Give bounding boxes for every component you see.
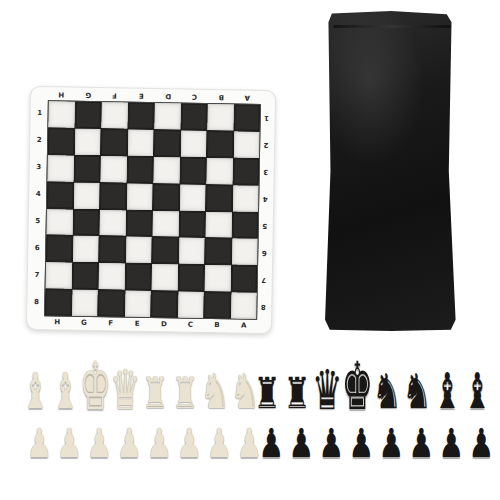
square-h2	[48, 128, 74, 154]
rank-label-2: 2	[33, 127, 45, 154]
square-c8	[178, 292, 204, 318]
square-a4	[232, 185, 258, 211]
square-h1	[48, 101, 74, 127]
square-e7	[125, 264, 151, 290]
black-pawn-tray: ♟♟♟♟♟♟♟♟	[256, 420, 470, 462]
bag-body	[323, 11, 459, 331]
white-back-rank-tray: ♝♝♚♛♜♜♞♞	[20, 352, 254, 412]
file-label-a: A	[234, 92, 261, 102]
file-label-f: F	[101, 90, 128, 100]
black-pawn: ♟	[258, 423, 283, 463]
square-h8	[45, 289, 71, 315]
square-g6	[73, 236, 99, 262]
file-label-e: E	[128, 91, 155, 101]
white-rook: ♜	[172, 371, 198, 414]
black-pawn: ♟	[318, 423, 343, 463]
square-b8	[204, 292, 230, 318]
square-b6	[205, 238, 231, 264]
square-a6	[232, 239, 258, 265]
rank-label-7: 7	[258, 266, 270, 293]
square-f3	[100, 156, 126, 182]
square-g5	[73, 209, 99, 235]
white-bishop: ♝	[51, 366, 79, 416]
bag-fold-seam	[333, 25, 451, 28]
square-g4	[74, 182, 100, 208]
square-c7	[178, 265, 204, 291]
file-label-c: C	[177, 319, 204, 329]
square-d7	[152, 264, 178, 290]
square-e3	[127, 156, 153, 182]
square-h5	[47, 209, 73, 235]
rank-label-3: 3	[259, 158, 271, 185]
black-bishop: ♝	[433, 366, 461, 416]
square-c2	[180, 130, 206, 156]
black-king: ♚	[341, 353, 372, 419]
file-label-h: H	[48, 89, 75, 99]
square-c5	[179, 211, 205, 237]
checker-grid	[44, 100, 261, 320]
file-label-b: B	[204, 320, 231, 330]
file-label-a: A	[230, 320, 257, 330]
file-label-c: C	[181, 92, 208, 102]
black-pawn: ♟	[288, 423, 313, 463]
square-a8	[231, 293, 257, 319]
square-f6	[99, 236, 125, 262]
rank-label-6: 6	[258, 239, 270, 266]
square-a1	[234, 104, 260, 130]
rank-labels-left: 12345678	[30, 100, 46, 316]
white-king: ♚	[79, 353, 110, 419]
square-d6	[152, 237, 178, 263]
black-bishop: ♝	[463, 366, 491, 416]
square-d1	[154, 103, 180, 129]
black-pawn: ♟	[408, 423, 433, 463]
rank-label-4: 4	[32, 181, 44, 208]
square-d5	[153, 211, 179, 237]
square-f8	[98, 290, 124, 316]
white-pawn: ♟	[116, 423, 141, 463]
rank-label-8: 8	[257, 293, 269, 320]
square-g8	[72, 290, 98, 316]
rank-label-1: 1	[260, 104, 272, 131]
square-e4	[127, 183, 153, 209]
rank-label-2: 2	[260, 131, 272, 158]
square-g7	[72, 263, 98, 289]
rank-label-3: 3	[32, 154, 44, 181]
black-rook: ♜	[254, 371, 280, 414]
file-label-d: D	[150, 319, 177, 329]
black-pawn: ♟	[378, 423, 403, 463]
white-pawn: ♟	[56, 423, 81, 463]
file-label-g: G	[75, 90, 102, 100]
white-pawn: ♟	[26, 423, 51, 463]
square-f7	[99, 263, 125, 289]
white-rook: ♜	[142, 371, 168, 414]
square-e8	[125, 291, 151, 317]
square-b2	[207, 131, 233, 157]
rank-label-6: 6	[31, 235, 43, 262]
rank-label-4: 4	[259, 185, 271, 212]
square-e5	[126, 210, 152, 236]
black-pawn: ♟	[348, 423, 373, 463]
square-h3	[47, 155, 73, 181]
square-d8	[151, 291, 177, 317]
square-b4	[206, 185, 232, 211]
white-pawn-tray: ♟♟♟♟♟♟♟♟	[24, 420, 248, 462]
chess-board: HGFEDCBA 12345678 12345678 HGFEDCBA	[26, 86, 276, 334]
storage-bag	[323, 11, 459, 331]
square-a2	[233, 131, 259, 157]
square-g2	[74, 129, 100, 155]
white-knight: ♞	[200, 367, 229, 415]
black-pawn: ♟	[468, 423, 493, 463]
square-a7	[231, 266, 257, 292]
white-pawn: ♟	[176, 423, 201, 463]
rank-label-5: 5	[32, 208, 44, 235]
square-e1	[128, 103, 154, 129]
square-a5	[232, 212, 258, 238]
square-f1	[101, 102, 127, 128]
file-label-d: D	[154, 91, 181, 101]
square-f5	[100, 210, 126, 236]
square-d4	[153, 184, 179, 210]
rank-label-5: 5	[259, 212, 271, 239]
square-b3	[206, 158, 232, 184]
file-label-f: F	[97, 318, 124, 328]
square-h7	[46, 262, 72, 288]
square-c4	[180, 184, 206, 210]
file-label-g: G	[71, 318, 98, 328]
black-rook: ♜	[284, 371, 310, 414]
square-e6	[126, 237, 152, 263]
white-pawn: ♟	[86, 423, 111, 463]
white-queen: ♛	[110, 362, 140, 417]
file-label-h: H	[44, 317, 71, 327]
black-pawn: ♟	[438, 423, 463, 463]
product-photo-stage: HGFEDCBA 12345678 12345678 HGFEDCBA ♝	[0, 0, 500, 500]
black-back-rank-tray: ♜♜♛♚♞♞♝♝	[252, 352, 482, 412]
white-pawn: ♟	[206, 423, 231, 463]
square-h4	[47, 182, 73, 208]
square-c3	[180, 157, 206, 183]
white-bishop: ♝	[21, 366, 49, 416]
square-f4	[100, 183, 126, 209]
square-c1	[181, 104, 207, 130]
square-d3	[153, 157, 179, 183]
square-c6	[179, 238, 205, 264]
black-knight: ♞	[372, 367, 401, 415]
square-d2	[154, 130, 180, 156]
square-b5	[206, 211, 232, 237]
square-b7	[205, 265, 231, 291]
black-queen: ♛	[312, 362, 342, 417]
square-b1	[207, 104, 233, 130]
rank-label-1: 1	[33, 100, 45, 127]
square-e2	[127, 129, 153, 155]
rank-label-7: 7	[31, 262, 43, 289]
square-a3	[233, 158, 259, 184]
square-g3	[74, 155, 100, 181]
rank-label-8: 8	[30, 289, 42, 316]
square-f2	[101, 129, 127, 155]
file-label-b: B	[208, 92, 235, 102]
square-g1	[75, 102, 101, 128]
file-label-e: E	[124, 319, 151, 329]
black-knight: ♞	[402, 367, 431, 415]
white-pawn: ♟	[146, 423, 171, 463]
square-h6	[46, 236, 72, 262]
